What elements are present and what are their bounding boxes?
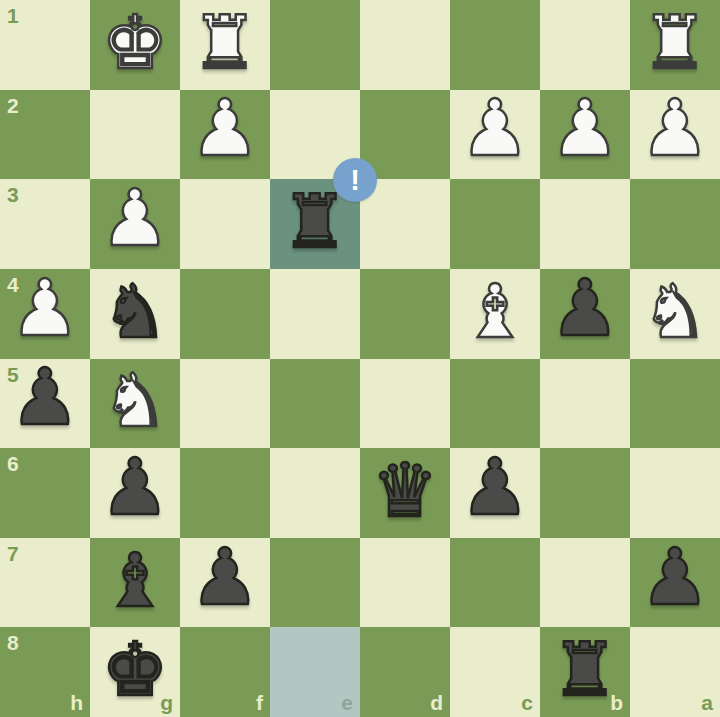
square-g5[interactable]: ♞	[90, 359, 180, 449]
rank-label-3: 3	[7, 184, 19, 205]
square-b8[interactable]: b♜	[540, 627, 630, 717]
square-f1[interactable]: ♜	[180, 0, 270, 90]
square-a6[interactable]	[630, 448, 720, 538]
square-h4[interactable]: 4♟	[0, 269, 90, 359]
black-king[interactable]: ♚	[102, 632, 168, 706]
square-f4[interactable]	[180, 269, 270, 359]
square-e6[interactable]	[270, 448, 360, 538]
file-label-e: e	[341, 692, 353, 713]
white-pawn[interactable]: ♟	[190, 89, 260, 167]
square-c8[interactable]: c	[450, 627, 540, 717]
rank-label-8: 8	[7, 632, 19, 653]
file-label-h: h	[70, 692, 83, 713]
square-a2[interactable]: ♟	[630, 90, 720, 180]
square-h6[interactable]: 6	[0, 448, 90, 538]
square-e7[interactable]	[270, 538, 360, 628]
square-d1[interactable]	[360, 0, 450, 90]
black-pawn[interactable]: ♟	[460, 448, 530, 526]
black-bishop[interactable]: ♝	[102, 543, 168, 617]
square-f2[interactable]: ♟	[180, 90, 270, 180]
square-d3[interactable]	[360, 179, 450, 269]
white-king[interactable]: ♚	[102, 5, 168, 79]
square-c6[interactable]: ♟	[450, 448, 540, 538]
file-label-d: d	[430, 692, 443, 713]
square-h8[interactable]: 8h	[0, 627, 90, 717]
square-g4[interactable]: ♞	[90, 269, 180, 359]
square-h3[interactable]: 3	[0, 179, 90, 269]
square-e1[interactable]	[270, 0, 360, 90]
square-a7[interactable]: ♟	[630, 538, 720, 628]
square-a5[interactable]	[630, 359, 720, 449]
square-c5[interactable]	[450, 359, 540, 449]
square-b3[interactable]	[540, 179, 630, 269]
rank-label-7: 7	[7, 543, 19, 564]
square-g2[interactable]	[90, 90, 180, 180]
square-e4[interactable]	[270, 269, 360, 359]
black-pawn[interactable]: ♟	[100, 448, 170, 526]
white-pawn[interactable]: ♟	[10, 269, 80, 347]
square-b4[interactable]: ♟	[540, 269, 630, 359]
white-pawn[interactable]: ♟	[460, 89, 530, 167]
rank-label-2: 2	[7, 95, 19, 116]
square-h7[interactable]: 7	[0, 538, 90, 628]
black-pawn[interactable]: ♟	[550, 269, 620, 347]
black-queen[interactable]: ♛	[372, 453, 438, 527]
square-a3[interactable]	[630, 179, 720, 269]
black-rook[interactable]: ♜	[552, 632, 618, 706]
square-e5[interactable]	[270, 359, 360, 449]
chess-board: 1♚♜♜2♟♟♟♟3♟♜!4♟♞♝♟♞5♟♞6♟♛♟7♝♟♟8hg♚fedcb♜…	[0, 0, 720, 717]
square-d4[interactable]	[360, 269, 450, 359]
square-c7[interactable]	[450, 538, 540, 628]
rank-label-6: 6	[7, 453, 19, 474]
file-label-c: c	[521, 692, 533, 713]
square-f8[interactable]: f	[180, 627, 270, 717]
square-f7[interactable]: ♟	[180, 538, 270, 628]
square-d7[interactable]	[360, 538, 450, 628]
white-rook[interactable]: ♜	[642, 5, 708, 79]
square-b5[interactable]	[540, 359, 630, 449]
white-knight[interactable]: ♞	[642, 274, 708, 348]
square-e3[interactable]: ♜!	[270, 179, 360, 269]
black-pawn[interactable]: ♟	[10, 358, 80, 436]
file-label-a: a	[701, 692, 713, 713]
square-b1[interactable]	[540, 0, 630, 90]
square-g6[interactable]: ♟	[90, 448, 180, 538]
square-g8[interactable]: g♚	[90, 627, 180, 717]
white-rook[interactable]: ♜	[192, 5, 258, 79]
square-g7[interactable]: ♝	[90, 538, 180, 628]
white-bishop[interactable]: ♝	[462, 274, 528, 348]
square-f5[interactable]	[180, 359, 270, 449]
square-f3[interactable]	[180, 179, 270, 269]
rank-label-1: 1	[7, 5, 19, 26]
square-h2[interactable]: 2	[0, 90, 90, 180]
square-b6[interactable]	[540, 448, 630, 538]
square-g3[interactable]: ♟	[90, 179, 180, 269]
square-b2[interactable]: ♟	[540, 90, 630, 180]
square-c3[interactable]	[450, 179, 540, 269]
file-label-f: f	[256, 692, 263, 713]
square-c4[interactable]: ♝	[450, 269, 540, 359]
square-d5[interactable]	[360, 359, 450, 449]
square-a1[interactable]: ♜	[630, 0, 720, 90]
square-c2[interactable]: ♟	[450, 90, 540, 180]
square-c1[interactable]	[450, 0, 540, 90]
good-move-badge: !	[333, 158, 377, 202]
square-a8[interactable]: a	[630, 627, 720, 717]
square-h1[interactable]: 1	[0, 0, 90, 90]
square-h5[interactable]: 5♟	[0, 359, 90, 449]
white-pawn[interactable]: ♟	[640, 89, 710, 167]
square-e8[interactable]: e	[270, 627, 360, 717]
square-d2[interactable]	[360, 90, 450, 180]
black-pawn[interactable]: ♟	[190, 538, 260, 616]
square-d6[interactable]: ♛	[360, 448, 450, 538]
white-pawn[interactable]: ♟	[550, 89, 620, 167]
square-f6[interactable]	[180, 448, 270, 538]
square-g1[interactable]: ♚	[90, 0, 180, 90]
black-pawn[interactable]: ♟	[640, 538, 710, 616]
white-pawn[interactable]: ♟	[100, 179, 170, 257]
square-b7[interactable]	[540, 538, 630, 628]
square-d8[interactable]: d	[360, 627, 450, 717]
white-knight[interactable]: ♞	[102, 363, 168, 437]
black-knight[interactable]: ♞	[102, 274, 168, 348]
square-a4[interactable]: ♞	[630, 269, 720, 359]
